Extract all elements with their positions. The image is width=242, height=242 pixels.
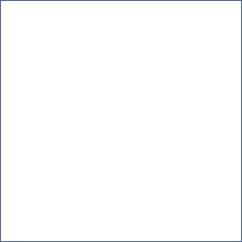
chess-board — [0, 0, 242, 242]
chess-board-wrapper — [0, 0, 242, 242]
